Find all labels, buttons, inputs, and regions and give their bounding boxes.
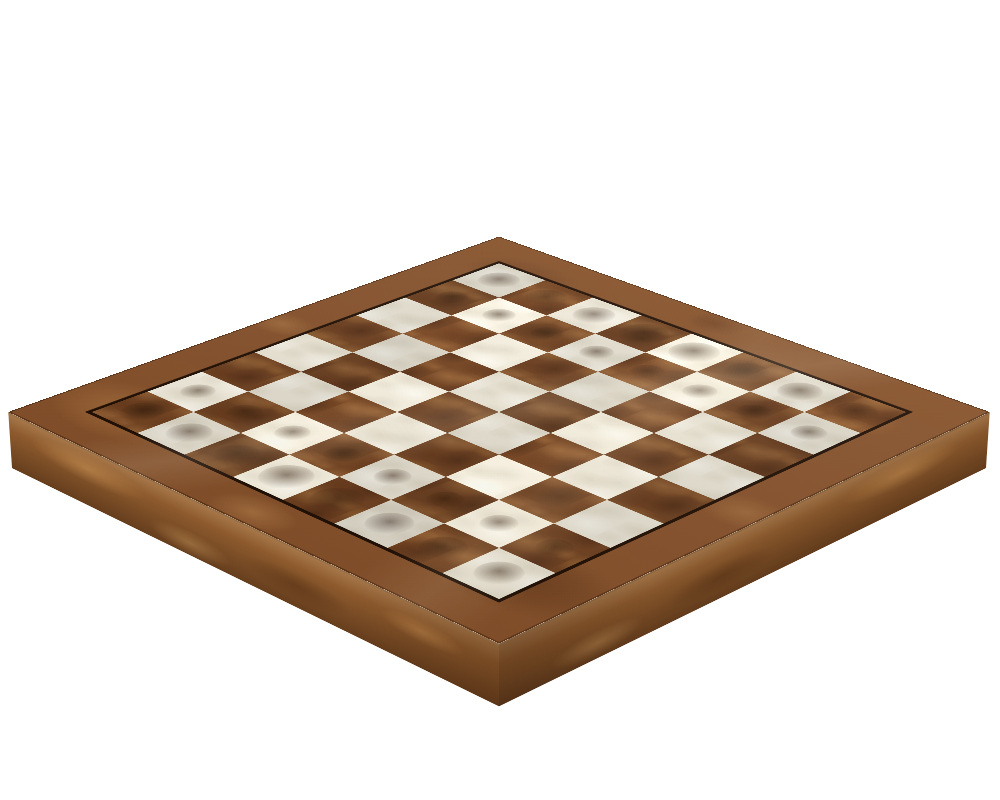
piece-white-rook[interactable]: ♜ bbox=[332, 443, 665, 579]
chess-board: ♜♞♝♛♚♝♞♜♟♟♟♟♟♟♟♟♟♟♟♟♟♟♟♟♜♞♝♛♚♝♞♜ bbox=[8, 237, 989, 644]
product-photo-scene: ♜♞♝♛♚♝♞♜♟♟♟♟♟♟♟♟♟♟♟♟♟♟♟♟♜♞♝♛♚♝♞♜ bbox=[0, 0, 1000, 800]
piece-black-pawn[interactable]: ♟ bbox=[657, 329, 961, 439]
